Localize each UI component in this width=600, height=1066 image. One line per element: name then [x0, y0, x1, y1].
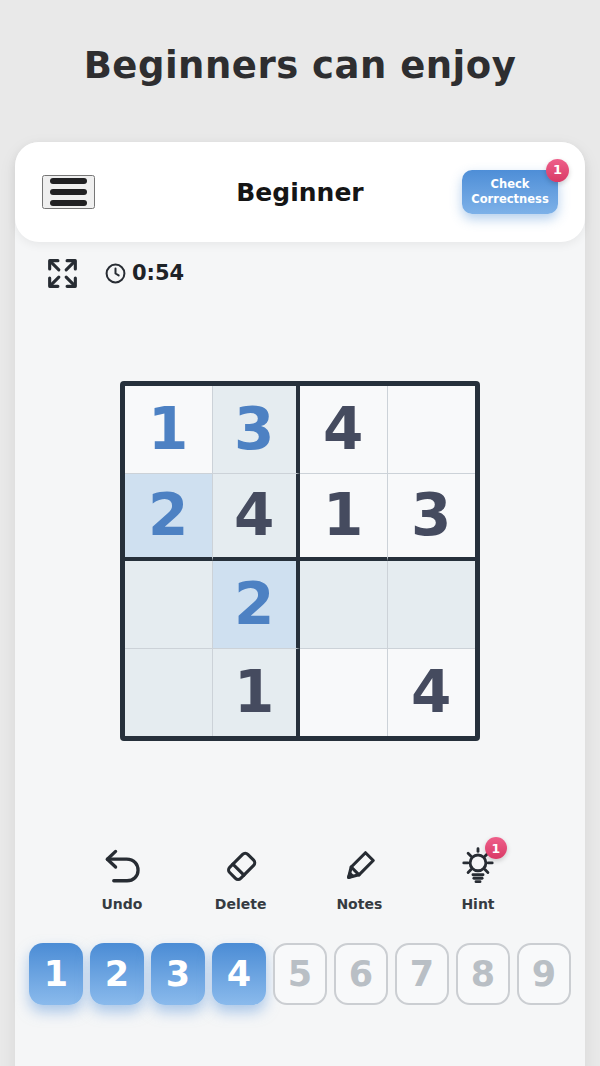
numpad: 123456789: [15, 943, 585, 1005]
numpad-key-6[interactable]: 6: [334, 943, 388, 1005]
delete-label: Delete: [215, 896, 267, 912]
hint-badge: 1: [485, 837, 507, 859]
hamburger-icon: [50, 178, 87, 184]
timer-value: 0:54: [132, 261, 184, 285]
timer: 0:54: [104, 261, 184, 285]
expand-icon: [46, 257, 79, 290]
cell-r2c4[interactable]: 3: [388, 474, 476, 562]
eraser-icon: [218, 845, 264, 889]
notes-label: Notes: [336, 896, 382, 912]
pencil-icon: [336, 845, 382, 889]
sudoku-board: 1342413214: [120, 381, 480, 741]
hint-button[interactable]: Hint 1: [443, 845, 513, 912]
numpad-key-7[interactable]: 7: [395, 943, 449, 1005]
check-button-line1: Check: [491, 177, 530, 191]
undo-label: Undo: [102, 896, 143, 912]
numpad-key-9[interactable]: 9: [517, 943, 571, 1005]
delete-button[interactable]: Delete: [206, 845, 276, 912]
numpad-key-5[interactable]: 5: [273, 943, 327, 1005]
numpad-key-8[interactable]: 8: [456, 943, 510, 1005]
game-card: Beginner Check Correctness 1 0:54 134241…: [15, 142, 585, 1066]
clock-icon: [104, 262, 127, 285]
cell-r3c2[interactable]: 2: [213, 561, 301, 649]
cell-r3c4[interactable]: [388, 561, 476, 649]
fullscreen-button[interactable]: [46, 257, 79, 290]
menu-button[interactable]: [42, 175, 95, 209]
undo-icon: [99, 845, 145, 889]
undo-button[interactable]: Undo: [87, 845, 157, 912]
numpad-key-2[interactable]: 2: [90, 943, 144, 1005]
cell-r3c1[interactable]: [125, 561, 213, 649]
cell-r4c2[interactable]: 1: [213, 649, 301, 737]
cell-r2c2[interactable]: 4: [213, 474, 301, 562]
cell-r1c2[interactable]: 3: [213, 386, 301, 474]
cell-r1c3[interactable]: 4: [300, 386, 388, 474]
cell-r3c3[interactable]: [300, 561, 388, 649]
page-title: Beginners can enjoy: [0, 44, 600, 87]
numpad-key-1[interactable]: 1: [29, 943, 83, 1005]
board-wrap: 1342413214: [15, 381, 585, 741]
check-correctness-button[interactable]: Check Correctness 1: [462, 170, 558, 214]
check-badge: 1: [546, 159, 569, 182]
cell-r2c1[interactable]: 2: [125, 474, 213, 562]
hint-label: Hint: [461, 896, 494, 912]
cell-r1c4[interactable]: [388, 386, 476, 474]
cell-r4c3[interactable]: [300, 649, 388, 737]
cell-r1c1[interactable]: 1: [125, 386, 213, 474]
status-bar: 0:54: [46, 255, 585, 291]
cell-r4c1[interactable]: [125, 649, 213, 737]
cell-r4c4[interactable]: 4: [388, 649, 476, 737]
check-button-line2: Correctness: [471, 192, 548, 206]
header: Beginner Check Correctness 1: [15, 142, 585, 242]
cell-r2c3[interactable]: 1: [300, 474, 388, 562]
numpad-key-4[interactable]: 4: [212, 943, 266, 1005]
toolbar: Undo Delete Notes: [87, 845, 513, 912]
numpad-key-3[interactable]: 3: [151, 943, 205, 1005]
notes-button[interactable]: Notes: [324, 845, 394, 912]
